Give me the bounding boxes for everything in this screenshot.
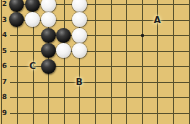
white-stone[interactable] xyxy=(41,12,56,27)
grid-line-horizontal xyxy=(10,35,190,36)
black-stone[interactable] xyxy=(9,0,24,12)
grid-line-horizontal xyxy=(10,51,190,52)
black-stone[interactable] xyxy=(41,59,56,74)
row-coordinate-label: 4 xyxy=(0,31,9,39)
white-stone[interactable] xyxy=(72,28,87,43)
black-stone[interactable] xyxy=(9,12,24,27)
grid-line-horizontal xyxy=(10,97,190,98)
mark-c[interactable]: C xyxy=(26,61,40,71)
grid-line-horizontal xyxy=(10,82,190,83)
mark-a[interactable]: A xyxy=(150,15,164,25)
row-coordinate-label: 7 xyxy=(0,78,9,86)
row-coordinate-label: 3 xyxy=(0,16,9,24)
black-stone[interactable] xyxy=(41,43,56,58)
star-point xyxy=(141,34,144,37)
black-stone[interactable] xyxy=(41,28,56,43)
row-coordinate-label: 9 xyxy=(0,109,9,117)
row-coordinate-label: 6 xyxy=(0,62,9,70)
go-board: 23456789 ABC xyxy=(0,0,190,124)
black-stone[interactable] xyxy=(56,28,71,43)
row-coordinate-label: 5 xyxy=(0,47,9,55)
black-stone[interactable] xyxy=(25,0,40,12)
white-stone[interactable] xyxy=(72,0,87,12)
white-stone[interactable] xyxy=(41,0,56,12)
grid-line-horizontal xyxy=(10,113,190,114)
row-coordinate-label: 2 xyxy=(0,0,9,8)
white-stone[interactable] xyxy=(72,12,87,27)
mark-b[interactable]: B xyxy=(72,77,86,87)
white-stone[interactable] xyxy=(56,43,71,58)
row-coordinate-label: 8 xyxy=(0,93,9,101)
white-stone[interactable] xyxy=(72,43,87,58)
white-stone[interactable] xyxy=(25,12,40,27)
